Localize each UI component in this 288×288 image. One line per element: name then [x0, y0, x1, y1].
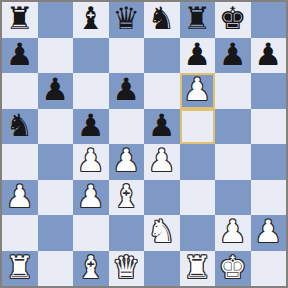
square-c2[interactable] — [73, 215, 109, 251]
square-h6[interactable] — [251, 73, 287, 109]
square-f5[interactable] — [180, 109, 216, 145]
piece-black-pawn-e5[interactable]: ♟ — [148, 110, 176, 141]
square-e3[interactable] — [144, 180, 180, 216]
square-g2[interactable]: ♟ — [215, 215, 251, 251]
piece-white-pawn-c3[interactable]: ♟ — [77, 181, 105, 212]
square-h2[interactable]: ♟ — [251, 215, 287, 251]
square-h3[interactable] — [251, 180, 287, 216]
square-d6[interactable]: ♟ — [109, 73, 145, 109]
piece-white-pawn-a3[interactable]: ♟ — [6, 181, 34, 212]
square-c4[interactable]: ♟ — [73, 144, 109, 180]
square-c7[interactable] — [73, 38, 109, 74]
piece-white-knight-e2[interactable]: ♞ — [148, 216, 176, 247]
piece-white-bishop-d3[interactable]: ♝ — [112, 181, 140, 212]
piece-black-pawn-g7[interactable]: ♟ — [219, 39, 247, 70]
square-f3[interactable] — [180, 180, 216, 216]
square-d5[interactable] — [109, 109, 145, 145]
square-e6[interactable] — [144, 73, 180, 109]
square-h1[interactable] — [251, 251, 287, 287]
square-f8[interactable]: ♜ — [180, 2, 216, 38]
square-b8[interactable] — [38, 2, 74, 38]
piece-black-knight-a5[interactable]: ♞ — [6, 110, 34, 141]
square-a7[interactable]: ♟ — [2, 38, 38, 74]
square-e4[interactable]: ♟ — [144, 144, 180, 180]
piece-white-pawn-c4[interactable]: ♟ — [77, 145, 105, 176]
piece-white-pawn-d4[interactable]: ♟ — [112, 145, 140, 176]
square-b3[interactable] — [38, 180, 74, 216]
piece-white-pawn-g2[interactable]: ♟ — [219, 216, 247, 247]
piece-white-rook-a1[interactable]: ♜ — [6, 252, 34, 283]
square-e7[interactable] — [144, 38, 180, 74]
square-g7[interactable]: ♟ — [215, 38, 251, 74]
square-b4[interactable] — [38, 144, 74, 180]
square-a4[interactable] — [2, 144, 38, 180]
piece-black-pawn-f7[interactable]: ♟ — [183, 39, 211, 70]
piece-black-bishop-c8[interactable]: ♝ — [77, 3, 105, 34]
square-e1[interactable] — [144, 251, 180, 287]
square-d7[interactable] — [109, 38, 145, 74]
square-h7[interactable]: ♟ — [251, 38, 287, 74]
square-f6[interactable]: ♟ — [180, 73, 216, 109]
square-f4[interactable] — [180, 144, 216, 180]
piece-black-knight-e8[interactable]: ♞ — [148, 3, 176, 34]
piece-white-king-g1[interactable]: ♚ — [219, 252, 247, 283]
square-d8[interactable]: ♛ — [109, 2, 145, 38]
square-c1[interactable]: ♝ — [73, 251, 109, 287]
piece-white-bishop-c1[interactable]: ♝ — [77, 252, 105, 283]
square-h8[interactable] — [251, 2, 287, 38]
square-f1[interactable]: ♜ — [180, 251, 216, 287]
piece-black-pawn-d6[interactable]: ♟ — [112, 74, 140, 105]
piece-black-king-g8[interactable]: ♚ — [219, 3, 247, 34]
piece-white-pawn-f6[interactable]: ♟ — [183, 74, 211, 105]
square-b6[interactable]: ♟ — [38, 73, 74, 109]
square-g5[interactable] — [215, 109, 251, 145]
square-b2[interactable] — [38, 215, 74, 251]
piece-black-queen-d8[interactable]: ♛ — [112, 3, 140, 34]
square-c8[interactable]: ♝ — [73, 2, 109, 38]
square-g4[interactable] — [215, 144, 251, 180]
square-c5[interactable]: ♟ — [73, 109, 109, 145]
square-d1[interactable]: ♛ — [109, 251, 145, 287]
square-b1[interactable] — [38, 251, 74, 287]
square-h5[interactable] — [251, 109, 287, 145]
square-a1[interactable]: ♜ — [2, 251, 38, 287]
square-g1[interactable]: ♚ — [215, 251, 251, 287]
square-f7[interactable]: ♟ — [180, 38, 216, 74]
chess-board: ♜♝♛♞♜♚♟♟♟♟♟♟♟♞♟♟♟♟♟♟♟♝♞♟♟♜♝♛♜♚ — [2, 2, 286, 286]
piece-black-rook-f8[interactable]: ♜ — [183, 3, 211, 34]
square-b5[interactable] — [38, 109, 74, 145]
square-g8[interactable]: ♚ — [215, 2, 251, 38]
square-a8[interactable]: ♜ — [2, 2, 38, 38]
square-a5[interactable]: ♞ — [2, 109, 38, 145]
square-b7[interactable] — [38, 38, 74, 74]
piece-black-rook-a8[interactable]: ♜ — [6, 3, 34, 34]
chess-board-frame: ♜♝♛♞♜♚♟♟♟♟♟♟♟♞♟♟♟♟♟♟♟♝♞♟♟♜♝♛♜♚ — [0, 0, 288, 288]
piece-white-pawn-e4[interactable]: ♟ — [148, 145, 176, 176]
square-f2[interactable] — [180, 215, 216, 251]
square-h4[interactable] — [251, 144, 287, 180]
square-c6[interactable] — [73, 73, 109, 109]
square-d3[interactable]: ♝ — [109, 180, 145, 216]
piece-black-pawn-b6[interactable]: ♟ — [41, 74, 69, 105]
piece-white-pawn-h2[interactable]: ♟ — [254, 216, 282, 247]
piece-black-pawn-h7[interactable]: ♟ — [254, 39, 282, 70]
piece-black-pawn-c5[interactable]: ♟ — [77, 110, 105, 141]
square-e2[interactable]: ♞ — [144, 215, 180, 251]
square-a3[interactable]: ♟ — [2, 180, 38, 216]
square-a6[interactable] — [2, 73, 38, 109]
square-g6[interactable] — [215, 73, 251, 109]
piece-white-rook-f1[interactable]: ♜ — [183, 252, 211, 283]
square-a2[interactable] — [2, 215, 38, 251]
square-c3[interactable]: ♟ — [73, 180, 109, 216]
piece-black-pawn-a7[interactable]: ♟ — [6, 39, 34, 70]
square-e5[interactable]: ♟ — [144, 109, 180, 145]
square-d2[interactable] — [109, 215, 145, 251]
square-e8[interactable]: ♞ — [144, 2, 180, 38]
piece-white-queen-d1[interactable]: ♛ — [112, 252, 140, 283]
square-d4[interactable]: ♟ — [109, 144, 145, 180]
square-g3[interactable] — [215, 180, 251, 216]
